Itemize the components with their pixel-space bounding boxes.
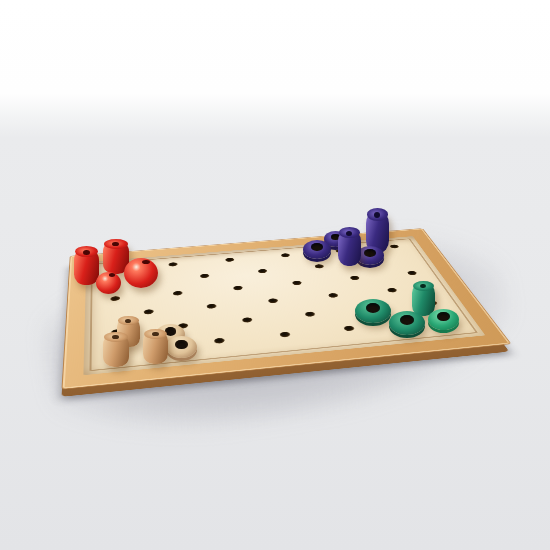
green-ring-2[interactable] <box>389 311 425 335</box>
blue-ring-1[interactable] <box>303 240 331 259</box>
blue-peg-1[interactable] <box>338 230 361 266</box>
red-bead-2[interactable] <box>124 258 158 288</box>
scene <box>0 0 550 550</box>
tan-peg-2[interactable] <box>103 334 129 367</box>
tan-ring-2[interactable] <box>166 336 197 358</box>
green-ring-1[interactable] <box>355 299 391 323</box>
red-bead-1[interactable] <box>96 272 121 294</box>
green-peg-1[interactable] <box>412 283 435 316</box>
red-peg-1[interactable] <box>74 249 99 285</box>
pieces-layer <box>0 0 550 550</box>
tan-peg-3[interactable] <box>143 331 168 364</box>
green-ring-3[interactable] <box>428 309 459 330</box>
